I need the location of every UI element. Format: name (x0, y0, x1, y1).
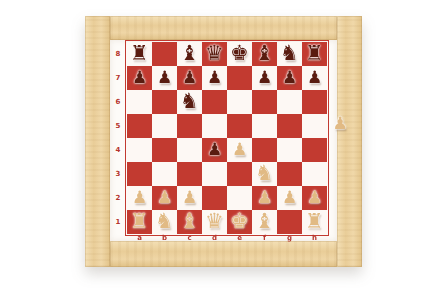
square-d8[interactable]: ♛ (202, 42, 227, 66)
square-g4[interactable] (277, 138, 302, 162)
rank-label-4: 4 (110, 138, 126, 162)
piece-white-bishop-f1[interactable]: ♝ (255, 211, 274, 232)
piece-black-pawn-f7[interactable]: ♟ (257, 69, 272, 86)
square-f4[interactable] (252, 138, 277, 162)
rank-label-2: 2 (110, 186, 126, 210)
square-h6[interactable] (302, 90, 327, 114)
square-d6[interactable] (202, 90, 227, 114)
square-c6[interactable]: ♞ (177, 90, 202, 114)
square-c2[interactable]: ♟ (177, 186, 202, 210)
square-g2[interactable]: ♟ (277, 186, 302, 210)
piece-white-king-e1[interactable]: ♚ (230, 211, 249, 232)
square-b8[interactable] (152, 42, 177, 66)
file-label-b: b (152, 234, 177, 242)
rank-label-1: 1 (110, 210, 126, 234)
piece-white-rook-h1[interactable]: ♜ (305, 211, 324, 232)
square-e5[interactable] (227, 114, 252, 138)
square-c7[interactable]: ♟ (177, 66, 202, 90)
square-h3[interactable] (302, 162, 327, 186)
square-g1[interactable] (277, 210, 302, 234)
square-a5[interactable] (127, 114, 152, 138)
file-label-c: c (177, 234, 202, 242)
file-labels: abcdefgh (127, 234, 327, 242)
piece-white-pawn-e4[interactable]: ♟ (232, 141, 247, 158)
square-f7[interactable]: ♟ (252, 66, 277, 90)
rank-label-6: 6 (110, 90, 126, 114)
square-a6[interactable] (127, 90, 152, 114)
square-c1[interactable]: ♝ (177, 210, 202, 234)
piece-black-rook-h8[interactable]: ♜ (305, 43, 324, 64)
piece-white-knight-b1[interactable]: ♞ (155, 211, 174, 232)
frame-bottom-rail (110, 241, 337, 267)
captured-white-pawn[interactable]: ♟ (330, 112, 350, 134)
piece-black-pawn-g7[interactable]: ♟ (282, 69, 297, 86)
piece-black-pawn-b7[interactable]: ♟ (157, 69, 172, 86)
square-h1[interactable]: ♜ (302, 210, 327, 234)
square-e4[interactable]: ♟ (227, 138, 252, 162)
square-c4[interactable] (177, 138, 202, 162)
square-g3[interactable] (277, 162, 302, 186)
square-d5[interactable] (202, 114, 227, 138)
square-f8[interactable]: ♝ (252, 42, 277, 66)
square-e1[interactable]: ♚ (227, 210, 252, 234)
piece-black-bishop-f8[interactable]: ♝ (255, 43, 274, 64)
square-d2[interactable] (202, 186, 227, 210)
square-d7[interactable]: ♟ (202, 66, 227, 90)
piece-white-pawn-g2[interactable]: ♟ (282, 189, 297, 206)
frame-top-rail (110, 16, 337, 40)
piece-black-pawn-c7[interactable]: ♟ (182, 69, 197, 86)
square-a4[interactable] (127, 138, 152, 162)
piece-black-rook-a8[interactable]: ♜ (130, 43, 149, 64)
square-d1[interactable]: ♛ (202, 210, 227, 234)
demo-board-frame: 87654321 ♜♝♛♚♝♞♜♟♟♟♟♟♟♟♞♟♟♞♟♟♟♟♟♟♜♞♝♛♚♝♜… (85, 13, 362, 267)
square-e3[interactable] (227, 162, 252, 186)
square-f3[interactable]: ♞ (252, 162, 277, 186)
board-surface: 87654321 ♜♝♛♚♝♞♜♟♟♟♟♟♟♟♞♟♟♞♟♟♟♟♟♟♜♞♝♛♚♝♜… (110, 40, 337, 241)
photo-background: 87654321 ♜♝♛♚♝♞♜♟♟♟♟♟♟♟♞♟♟♞♟♟♟♟♟♟♜♞♝♛♚♝♜… (0, 0, 440, 293)
piece-white-pawn-b2[interactable]: ♟ (157, 189, 172, 206)
piece-black-knight-g8[interactable]: ♞ (280, 43, 299, 64)
square-a3[interactable] (127, 162, 152, 186)
chess-board: ♜♝♛♚♝♞♜♟♟♟♟♟♟♟♞♟♟♞♟♟♟♟♟♟♜♞♝♛♚♝♜ (127, 42, 327, 234)
square-h7[interactable]: ♟ (302, 66, 327, 90)
square-e6[interactable] (227, 90, 252, 114)
piece-white-pawn-c2[interactable]: ♟ (182, 189, 197, 206)
square-g5[interactable] (277, 114, 302, 138)
file-label-e: e (227, 234, 252, 242)
piece-white-pawn-h2[interactable]: ♟ (307, 189, 322, 206)
square-f2[interactable]: ♟ (252, 186, 277, 210)
square-f6[interactable] (252, 90, 277, 114)
file-label-h: h (302, 234, 327, 242)
square-b4[interactable] (152, 138, 177, 162)
piece-white-rook-a1[interactable]: ♜ (130, 211, 149, 232)
piece-black-queen-d8[interactable]: ♛ (205, 43, 224, 64)
piece-black-king-e8[interactable]: ♚ (230, 43, 249, 64)
piece-white-knight-f3[interactable]: ♞ (255, 163, 274, 184)
file-label-a: a (127, 234, 152, 242)
square-a1[interactable]: ♜ (127, 210, 152, 234)
square-b3[interactable] (152, 162, 177, 186)
square-e2[interactable] (227, 186, 252, 210)
piece-white-bishop-c1[interactable]: ♝ (180, 211, 199, 232)
rank-labels: 87654321 (110, 42, 126, 234)
square-h8[interactable]: ♜ (302, 42, 327, 66)
square-a7[interactable]: ♟ (127, 66, 152, 90)
file-label-f: f (252, 234, 277, 242)
frame-right-rail (337, 16, 362, 267)
square-h5[interactable] (302, 114, 327, 138)
file-label-d: d (202, 234, 227, 242)
square-b2[interactable]: ♟ (152, 186, 177, 210)
piece-white-pawn-a2[interactable]: ♟ (132, 189, 147, 206)
square-f5[interactable] (252, 114, 277, 138)
square-d3[interactable] (202, 162, 227, 186)
square-e7[interactable] (227, 66, 252, 90)
square-b5[interactable] (152, 114, 177, 138)
piece-black-pawn-d4[interactable]: ♟ (207, 141, 222, 158)
rank-label-8: 8 (110, 42, 126, 66)
square-c8[interactable]: ♝ (177, 42, 202, 66)
rank-label-5: 5 (110, 114, 126, 138)
square-d4[interactable]: ♟ (202, 138, 227, 162)
square-h2[interactable]: ♟ (302, 186, 327, 210)
square-a2[interactable]: ♟ (127, 186, 152, 210)
square-g6[interactable] (277, 90, 302, 114)
piece-black-knight-c6[interactable]: ♞ (180, 91, 199, 112)
square-a8[interactable]: ♜ (127, 42, 152, 66)
square-g8[interactable]: ♞ (277, 42, 302, 66)
square-h4[interactable] (302, 138, 327, 162)
square-e8[interactable]: ♚ (227, 42, 252, 66)
piece-black-pawn-a7[interactable]: ♟ (132, 69, 147, 86)
square-b6[interactable] (152, 90, 177, 114)
square-c5[interactable] (177, 114, 202, 138)
square-g7[interactable]: ♟ (277, 66, 302, 90)
rank-label-3: 3 (110, 162, 126, 186)
square-f1[interactable]: ♝ (252, 210, 277, 234)
file-label-g: g (277, 234, 302, 242)
square-b7[interactable]: ♟ (152, 66, 177, 90)
square-b1[interactable]: ♞ (152, 210, 177, 234)
piece-black-pawn-d7[interactable]: ♟ (207, 69, 222, 86)
frame-left-rail (85, 16, 110, 267)
rank-label-7: 7 (110, 66, 126, 90)
piece-white-queen-d1[interactable]: ♛ (205, 211, 224, 232)
piece-white-pawn-f2[interactable]: ♟ (257, 189, 272, 206)
piece-black-bishop-c8[interactable]: ♝ (180, 43, 199, 64)
square-c3[interactable] (177, 162, 202, 186)
piece-black-pawn-h7[interactable]: ♟ (307, 69, 322, 86)
